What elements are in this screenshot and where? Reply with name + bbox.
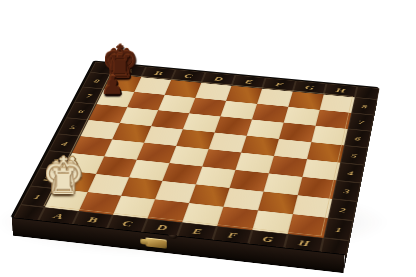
piece-white-pawn-a2: ♟ bbox=[55, 152, 89, 183]
rank-number: 6 bbox=[77, 108, 85, 114]
file-letter: F bbox=[274, 81, 284, 89]
product-photo-canvas: ABCDEFGH8877665544332211ABCDEFGH ♜♞♝♛♚♝♞… bbox=[0, 0, 416, 277]
rank-number: 8 bbox=[93, 78, 101, 84]
latch-hook bbox=[140, 239, 148, 245]
piece-white-pawn-a2: ♟ bbox=[55, 152, 89, 183]
rank-number: 7 bbox=[85, 93, 93, 99]
piece-white-knight-a1: ♞ bbox=[46, 159, 81, 201]
file-letter: E bbox=[243, 78, 253, 86]
piece-white-bishop-a1: ♝ bbox=[46, 159, 81, 201]
piece-white-pawn-a2: ♟ bbox=[55, 152, 89, 183]
file-letter: D bbox=[213, 75, 224, 83]
file-letter: C bbox=[183, 72, 194, 80]
piece-white-pawn-a2: ♟ bbox=[55, 152, 89, 183]
file-letter: G bbox=[304, 84, 315, 92]
piece-white-pawn-a2: ♟ bbox=[55, 152, 89, 183]
piece-white-rook-a1: ♜ bbox=[46, 161, 81, 201]
piece-white-pawn-a2: ♟ bbox=[55, 152, 89, 183]
scene: ABCDEFGH8877665544332211ABCDEFGH ♜♞♝♛♚♝♞… bbox=[0, 0, 416, 277]
piece-white-king-a1: ♚ bbox=[46, 149, 81, 202]
piece-white-pawn-a2: ♟ bbox=[55, 152, 89, 183]
file-letter: A bbox=[123, 67, 134, 75]
piece-white-bishop-a1: ♝ bbox=[46, 159, 81, 201]
file-letter: H bbox=[335, 86, 346, 94]
rank-number: 6 bbox=[354, 135, 361, 142]
chess-board: ABCDEFGH8877665544332211ABCDEFGH ♜♞♝♛♚♝♞… bbox=[12, 61, 378, 254]
piece-white-queen-a1: ♛ bbox=[46, 153, 81, 202]
brass-latch bbox=[146, 237, 167, 248]
piece-white-knight-a1: ♞ bbox=[46, 159, 81, 201]
piece-white-rook-a1: ♜ bbox=[46, 161, 81, 201]
rank-number: 8 bbox=[361, 103, 367, 109]
piece-white-pawn-a2: ♟ bbox=[55, 152, 89, 183]
rank-number: 7 bbox=[358, 119, 365, 125]
rank-number: 4 bbox=[61, 140, 69, 147]
file-letter: B bbox=[153, 69, 164, 77]
rank-number: 5 bbox=[69, 124, 77, 130]
